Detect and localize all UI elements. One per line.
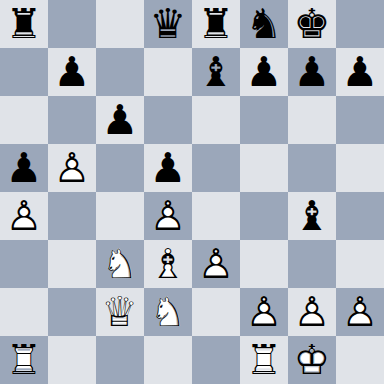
square-f2[interactable]: ♟♙ — [240, 288, 288, 336]
piece-white-king[interactable]: ♚♔ — [288, 336, 336, 384]
piece-glyph: ♝ — [192, 48, 240, 96]
square-b7[interactable]: ♟ — [48, 48, 96, 96]
square-e2[interactable] — [192, 288, 240, 336]
square-a5[interactable]: ♟ — [0, 144, 48, 192]
piece-glyph: ♟ — [288, 48, 336, 96]
square-a3[interactable] — [0, 240, 48, 288]
piece-glyph: ♟ — [0, 144, 48, 192]
piece-white-knight[interactable]: ♞♘ — [96, 240, 144, 288]
piece-glyph-outline: ♖ — [0, 336, 48, 384]
piece-white-queen[interactable]: ♛♕ — [96, 288, 144, 336]
square-h2[interactable]: ♟♙ — [336, 288, 384, 336]
square-d3[interactable]: ♝♗ — [144, 240, 192, 288]
square-e6[interactable] — [192, 96, 240, 144]
square-c8[interactable] — [96, 0, 144, 48]
square-d5[interactable]: ♟ — [144, 144, 192, 192]
square-d7[interactable] — [144, 48, 192, 96]
square-g8[interactable]: ♚ — [288, 0, 336, 48]
square-g1[interactable]: ♚♔ — [288, 336, 336, 384]
square-h4[interactable] — [336, 192, 384, 240]
square-d2[interactable]: ♞♘ — [144, 288, 192, 336]
piece-black-rook[interactable]: ♜ — [0, 0, 48, 48]
piece-white-knight[interactable]: ♞♘ — [144, 288, 192, 336]
square-c5[interactable] — [96, 144, 144, 192]
chess-board: ♜♛♜♞♚♟♝♟♟♟♟♟♟♙♟♟♙♟♙♝♞♘♝♗♟♙♛♕♞♘♟♙♟♙♟♙♜♖♜♖… — [0, 0, 384, 384]
square-c6[interactable]: ♟ — [96, 96, 144, 144]
piece-glyph-outline: ♙ — [240, 288, 288, 336]
piece-glyph-outline: ♙ — [288, 288, 336, 336]
square-g6[interactable] — [288, 96, 336, 144]
piece-black-pawn[interactable]: ♟ — [288, 48, 336, 96]
piece-white-pawn[interactable]: ♟♙ — [0, 192, 48, 240]
square-f5[interactable] — [240, 144, 288, 192]
square-a8[interactable]: ♜ — [0, 0, 48, 48]
piece-glyph-outline: ♙ — [0, 192, 48, 240]
square-d1[interactable] — [144, 336, 192, 384]
piece-glyph-outline: ♖ — [240, 336, 288, 384]
square-a1[interactable]: ♜♖ — [0, 336, 48, 384]
piece-glyph-outline: ♔ — [288, 336, 336, 384]
square-h1[interactable] — [336, 336, 384, 384]
piece-black-pawn[interactable]: ♟ — [0, 144, 48, 192]
piece-glyph-outline: ♘ — [96, 240, 144, 288]
square-h3[interactable] — [336, 240, 384, 288]
square-f4[interactable] — [240, 192, 288, 240]
piece-black-pawn[interactable]: ♟ — [144, 144, 192, 192]
piece-glyph-outline: ♙ — [336, 288, 384, 336]
square-b6[interactable] — [48, 96, 96, 144]
square-g3[interactable] — [288, 240, 336, 288]
piece-glyph-outline: ♙ — [144, 192, 192, 240]
square-e4[interactable] — [192, 192, 240, 240]
piece-white-pawn[interactable]: ♟♙ — [48, 144, 96, 192]
piece-glyph-outline: ♕ — [96, 288, 144, 336]
piece-glyph: ♟ — [48, 48, 96, 96]
piece-black-rook[interactable]: ♜ — [192, 0, 240, 48]
square-e5[interactable] — [192, 144, 240, 192]
square-b1[interactable] — [48, 336, 96, 384]
piece-glyph: ♟ — [144, 144, 192, 192]
square-b3[interactable] — [48, 240, 96, 288]
square-c7[interactable] — [96, 48, 144, 96]
square-c2[interactable]: ♛♕ — [96, 288, 144, 336]
piece-black-knight[interactable]: ♞ — [240, 0, 288, 48]
square-f3[interactable] — [240, 240, 288, 288]
square-d4[interactable]: ♟♙ — [144, 192, 192, 240]
square-h8[interactable] — [336, 0, 384, 48]
square-f8[interactable]: ♞ — [240, 0, 288, 48]
piece-white-rook[interactable]: ♜♖ — [240, 336, 288, 384]
square-a6[interactable] — [0, 96, 48, 144]
piece-black-bishop[interactable]: ♝ — [192, 48, 240, 96]
piece-white-pawn[interactable]: ♟♙ — [144, 192, 192, 240]
piece-white-pawn[interactable]: ♟♙ — [240, 288, 288, 336]
piece-black-pawn[interactable]: ♟ — [336, 48, 384, 96]
piece-glyph: ♛ — [144, 0, 192, 48]
piece-black-pawn[interactable]: ♟ — [48, 48, 96, 96]
piece-white-pawn[interactable]: ♟♙ — [192, 240, 240, 288]
square-g2[interactable]: ♟♙ — [288, 288, 336, 336]
piece-black-pawn[interactable]: ♟ — [96, 96, 144, 144]
square-c1[interactable] — [96, 336, 144, 384]
piece-glyph: ♟ — [240, 48, 288, 96]
square-f1[interactable]: ♜♖ — [240, 336, 288, 384]
square-g7[interactable]: ♟ — [288, 48, 336, 96]
piece-glyph: ♚ — [288, 0, 336, 48]
piece-white-pawn[interactable]: ♟♙ — [336, 288, 384, 336]
square-g5[interactable] — [288, 144, 336, 192]
square-a4[interactable]: ♟♙ — [0, 192, 48, 240]
piece-white-bishop[interactable]: ♝♗ — [144, 240, 192, 288]
piece-glyph-outline: ♘ — [144, 288, 192, 336]
piece-glyph: ♟ — [96, 96, 144, 144]
square-b4[interactable] — [48, 192, 96, 240]
square-h5[interactable] — [336, 144, 384, 192]
square-a7[interactable] — [0, 48, 48, 96]
square-e7[interactable]: ♝ — [192, 48, 240, 96]
piece-black-bishop[interactable]: ♝ — [288, 192, 336, 240]
square-a2[interactable] — [0, 288, 48, 336]
piece-glyph: ♝ — [288, 192, 336, 240]
piece-glyph-outline: ♗ — [144, 240, 192, 288]
piece-black-queen[interactable]: ♛ — [144, 0, 192, 48]
piece-glyph: ♟ — [336, 48, 384, 96]
square-b5[interactable]: ♟♙ — [48, 144, 96, 192]
square-c4[interactable] — [96, 192, 144, 240]
piece-glyph: ♜ — [0, 0, 48, 48]
piece-glyph-outline: ♙ — [48, 144, 96, 192]
piece-glyph: ♜ — [192, 0, 240, 48]
square-c3[interactable]: ♞♘ — [96, 240, 144, 288]
square-e8[interactable]: ♜ — [192, 0, 240, 48]
square-d8[interactable]: ♛ — [144, 0, 192, 48]
piece-white-rook[interactable]: ♜♖ — [0, 336, 48, 384]
square-h7[interactable]: ♟ — [336, 48, 384, 96]
piece-black-pawn[interactable]: ♟ — [240, 48, 288, 96]
piece-black-king[interactable]: ♚ — [288, 0, 336, 48]
square-g4[interactable]: ♝ — [288, 192, 336, 240]
piece-white-pawn[interactable]: ♟♙ — [288, 288, 336, 336]
square-h6[interactable] — [336, 96, 384, 144]
piece-glyph: ♞ — [240, 0, 288, 48]
square-b2[interactable] — [48, 288, 96, 336]
square-e3[interactable]: ♟♙ — [192, 240, 240, 288]
square-f7[interactable]: ♟ — [240, 48, 288, 96]
square-e1[interactable] — [192, 336, 240, 384]
piece-glyph-outline: ♙ — [192, 240, 240, 288]
square-d6[interactable] — [144, 96, 192, 144]
square-f6[interactable] — [240, 96, 288, 144]
square-b8[interactable] — [48, 0, 96, 48]
